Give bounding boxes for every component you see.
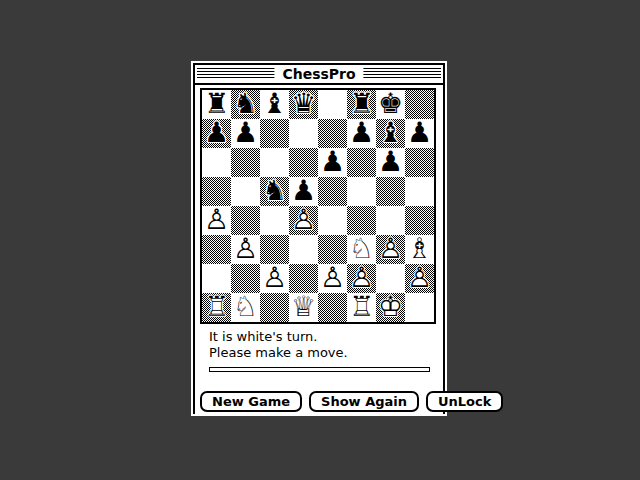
window-content: ♜♞♝♛♜♚♟♟♟♝♟♟♟♞♟♟♙♟♙♟♙♞♘♟♙♝♗♟♙♟♙♟♙♟♙♜♖♞♘♛… (195, 88, 443, 415)
white-rook[interactable]: ♜♖ (347, 293, 376, 322)
square-h2[interactable]: ♟♙ (405, 264, 434, 293)
desktop: ChessPro ♜♞♝♛♜♚♟♟♟♝♟♟♟♞♟♟♙♟♙♟♙♞♘♟♙♝♗♟♙♟♙… (0, 0, 640, 480)
square-f5[interactable] (347, 177, 376, 206)
white-pawn[interactable]: ♟♙ (318, 264, 347, 293)
square-g8[interactable]: ♚ (376, 90, 405, 119)
square-c6[interactable] (260, 148, 289, 177)
square-e1[interactable] (318, 293, 347, 322)
piece-outline: ♙ (231, 235, 260, 264)
square-g2[interactable] (376, 264, 405, 293)
black-pawn[interactable]: ♟ (347, 119, 376, 148)
square-d2[interactable] (289, 264, 318, 293)
chess-board: ♜♞♝♛♜♚♟♟♟♝♟♟♟♞♟♟♙♟♙♟♙♞♘♟♙♝♗♟♙♟♙♟♙♟♙♜♖♞♘♛… (200, 88, 436, 324)
square-h5[interactable] (405, 177, 434, 206)
black-bishop[interactable]: ♝ (376, 119, 405, 148)
white-pawn[interactable]: ♟♙ (202, 206, 231, 235)
black-knight[interactable]: ♞ (260, 177, 289, 206)
square-a5[interactable] (202, 177, 231, 206)
square-a6[interactable] (202, 148, 231, 177)
square-f8[interactable]: ♜ (347, 90, 376, 119)
piece-outline: ♔ (376, 293, 405, 322)
black-pawn[interactable]: ♟ (376, 148, 405, 177)
black-rook[interactable]: ♜ (202, 90, 231, 119)
square-g7[interactable]: ♝ (376, 119, 405, 148)
piece-outline: ♙ (347, 264, 376, 293)
square-c8[interactable]: ♝ (260, 90, 289, 119)
square-b1[interactable]: ♞♘ (231, 293, 260, 322)
square-b8[interactable]: ♞ (231, 90, 260, 119)
square-b7[interactable]: ♟ (231, 119, 260, 148)
piece-outline: ♘ (347, 235, 376, 264)
white-bishop[interactable]: ♝♗ (405, 235, 434, 264)
piece-outline: ♙ (405, 264, 434, 293)
square-a8[interactable]: ♜ (202, 90, 231, 119)
status-text: It is white's turn. Please make a move. (209, 329, 443, 361)
square-b6[interactable] (231, 148, 260, 177)
piece-outline: ♙ (318, 264, 347, 293)
white-king[interactable]: ♚♔ (376, 293, 405, 322)
square-a3[interactable] (202, 235, 231, 264)
square-c1[interactable] (260, 293, 289, 322)
square-d6[interactable] (289, 148, 318, 177)
square-h4[interactable] (405, 206, 434, 235)
square-d4[interactable]: ♟♙ (289, 206, 318, 235)
square-f1[interactable]: ♜♖ (347, 293, 376, 322)
piece-outline: ♗ (405, 235, 434, 264)
square-d7[interactable] (289, 119, 318, 148)
show-again-button[interactable]: Show Again (309, 391, 419, 412)
black-pawn[interactable]: ♟ (202, 119, 231, 148)
square-h6[interactable] (405, 148, 434, 177)
black-rook[interactable]: ♜ (347, 90, 376, 119)
piece-outline: ♘ (231, 293, 260, 322)
thinking-progress-bar (209, 367, 430, 372)
white-pawn[interactable]: ♟♙ (405, 264, 434, 293)
square-g3[interactable]: ♟♙ (376, 235, 405, 264)
button-row: New Game Show Again UnLock (200, 391, 443, 412)
square-f4[interactable] (347, 206, 376, 235)
white-pawn[interactable]: ♟♙ (376, 235, 405, 264)
black-queen[interactable]: ♛ (289, 90, 318, 119)
square-e7[interactable] (318, 119, 347, 148)
square-d5[interactable]: ♟ (289, 177, 318, 206)
square-c3[interactable] (260, 235, 289, 264)
square-c5[interactable]: ♞ (260, 177, 289, 206)
black-pawn[interactable]: ♟ (318, 148, 347, 177)
black-pawn[interactable]: ♟ (289, 177, 318, 206)
square-a7[interactable]: ♟ (202, 119, 231, 148)
piece-outline: ♖ (202, 293, 231, 322)
square-e3[interactable] (318, 235, 347, 264)
white-pawn[interactable]: ♟♙ (347, 264, 376, 293)
square-g4[interactable] (376, 206, 405, 235)
piece-outline: ♖ (347, 293, 376, 322)
square-h3[interactable]: ♝♗ (405, 235, 434, 264)
piece-outline: ♙ (260, 264, 289, 293)
square-c4[interactable] (260, 206, 289, 235)
square-a2[interactable] (202, 264, 231, 293)
black-king[interactable]: ♚ (376, 90, 405, 119)
square-d1[interactable]: ♛♕ (289, 293, 318, 322)
square-a1[interactable]: ♜♖ (202, 293, 231, 322)
square-e6[interactable]: ♟ (318, 148, 347, 177)
square-d8[interactable]: ♛ (289, 90, 318, 119)
square-b4[interactable] (231, 206, 260, 235)
square-h8[interactable] (405, 90, 434, 119)
unlock-button[interactable]: UnLock (426, 391, 503, 412)
new-game-button[interactable]: New Game (200, 391, 302, 412)
square-b3[interactable]: ♟♙ (231, 235, 260, 264)
square-e4[interactable] (318, 206, 347, 235)
black-bishop[interactable]: ♝ (260, 90, 289, 119)
white-queen[interactable]: ♛♕ (289, 293, 318, 322)
square-f2[interactable]: ♟♙ (347, 264, 376, 293)
square-f6[interactable] (347, 148, 376, 177)
piece-outline: ♕ (289, 293, 318, 322)
square-g6[interactable]: ♟ (376, 148, 405, 177)
black-pawn[interactable]: ♟ (405, 119, 434, 148)
square-d3[interactable] (289, 235, 318, 264)
black-pawn[interactable]: ♟ (231, 119, 260, 148)
white-knight[interactable]: ♞♘ (231, 293, 260, 322)
white-knight[interactable]: ♞♘ (347, 235, 376, 264)
square-e5[interactable] (318, 177, 347, 206)
window-titlebar[interactable]: ChessPro (195, 65, 443, 85)
square-e2[interactable]: ♟♙ (318, 264, 347, 293)
piece-outline: ♙ (376, 235, 405, 264)
square-f7[interactable]: ♟ (347, 119, 376, 148)
square-b5[interactable] (231, 177, 260, 206)
square-f3[interactable]: ♞♘ (347, 235, 376, 264)
status-line-prompt: Please make a move. (209, 345, 443, 361)
square-g1[interactable]: ♚♔ (376, 293, 405, 322)
square-b2[interactable] (231, 264, 260, 293)
white-pawn[interactable]: ♟♙ (289, 206, 318, 235)
square-h7[interactable]: ♟ (405, 119, 434, 148)
square-g5[interactable] (376, 177, 405, 206)
piece-outline: ♙ (202, 206, 231, 235)
square-h1[interactable] (405, 293, 434, 322)
square-e8[interactable] (318, 90, 347, 119)
piece-outline: ♙ (289, 206, 318, 235)
white-rook[interactable]: ♜♖ (202, 293, 231, 322)
square-a4[interactable]: ♟♙ (202, 206, 231, 235)
chesspro-window: ChessPro ♜♞♝♛♜♚♟♟♟♝♟♟♟♞♟♟♙♟♙♟♙♞♘♟♙♝♗♟♙♟♙… (193, 63, 445, 414)
window-title: ChessPro (274, 65, 363, 83)
white-pawn[interactable]: ♟♙ (231, 235, 260, 264)
white-pawn[interactable]: ♟♙ (260, 264, 289, 293)
black-knight[interactable]: ♞ (231, 90, 260, 119)
square-c2[interactable]: ♟♙ (260, 264, 289, 293)
square-c7[interactable] (260, 119, 289, 148)
status-line-turn: It is white's turn. (209, 329, 443, 345)
